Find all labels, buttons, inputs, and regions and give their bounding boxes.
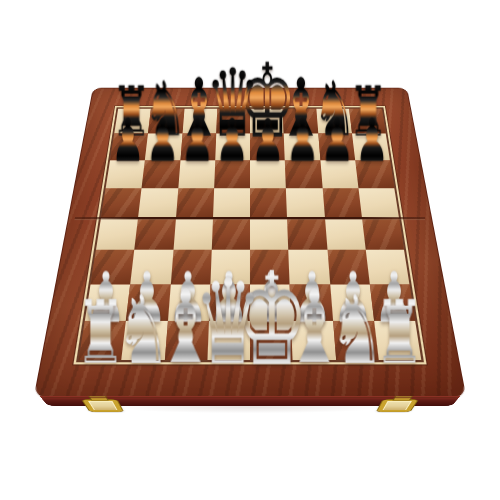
square-g4 xyxy=(325,218,366,250)
square-e7: ♟ xyxy=(250,134,285,160)
square-d5 xyxy=(213,188,250,218)
square-f5 xyxy=(286,188,324,218)
square-d1: ♛ xyxy=(207,321,250,360)
square-b7: ♟ xyxy=(145,134,182,160)
square-a6 xyxy=(106,160,145,188)
white-queen-d1: ♛ xyxy=(195,263,263,381)
square-d6 xyxy=(214,160,250,188)
white-rook-a1: ♜ xyxy=(75,288,125,375)
board-squares-grid: ♜♞♝♛♚♝♞♜♟♟♟♟♟♟♟♟♟♟♟♟♟♟♟♟♜♞♝♛♚♝♞♜ xyxy=(79,109,422,360)
square-f7: ♟ xyxy=(284,134,320,160)
square-a5 xyxy=(101,188,142,218)
square-e6 xyxy=(250,160,286,188)
square-e5 xyxy=(250,188,287,218)
square-h6 xyxy=(355,160,394,188)
square-a4 xyxy=(96,218,138,250)
square-b6 xyxy=(142,160,180,188)
square-c7: ♟ xyxy=(180,134,216,160)
square-a1: ♜ xyxy=(79,321,126,360)
square-h5 xyxy=(358,188,399,218)
square-h4 xyxy=(362,218,404,250)
square-a7: ♟ xyxy=(110,134,148,160)
board-front-edge xyxy=(40,396,461,406)
square-b5 xyxy=(138,188,178,218)
chess-board-wrap: ♜♞♝♛♚♝♞♜♟♟♟♟♟♟♟♟♟♟♟♟♟♟♟♟♜♞♝♛♚♝♞♜ xyxy=(68,36,432,400)
chess-set-photo: ♜♞♝♛♚♝♞♜♟♟♟♟♟♟♟♟♟♟♟♟♟♟♟♟♜♞♝♛♚♝♞♜ xyxy=(0,0,500,500)
square-d7: ♟ xyxy=(215,134,250,160)
square-c4 xyxy=(173,218,213,250)
fold-seam xyxy=(75,217,426,219)
white-bishop-f1: ♝ xyxy=(285,277,343,378)
square-b4 xyxy=(134,218,175,250)
square-c5 xyxy=(176,188,214,218)
square-h1: ♜ xyxy=(374,321,421,360)
square-f1: ♝ xyxy=(291,321,335,360)
square-c6 xyxy=(178,160,215,188)
square-g7: ♟ xyxy=(318,134,355,160)
white-rook-h1: ♜ xyxy=(375,288,425,375)
chess-board: ♜♞♝♛♚♝♞♜♟♟♟♟♟♟♟♟♟♟♟♟♟♟♟♟♜♞♝♛♚♝♞♜ xyxy=(34,88,467,398)
square-g6 xyxy=(320,160,358,188)
square-g5 xyxy=(322,188,362,218)
square-f6 xyxy=(285,160,322,188)
square-h7: ♟ xyxy=(352,134,390,160)
